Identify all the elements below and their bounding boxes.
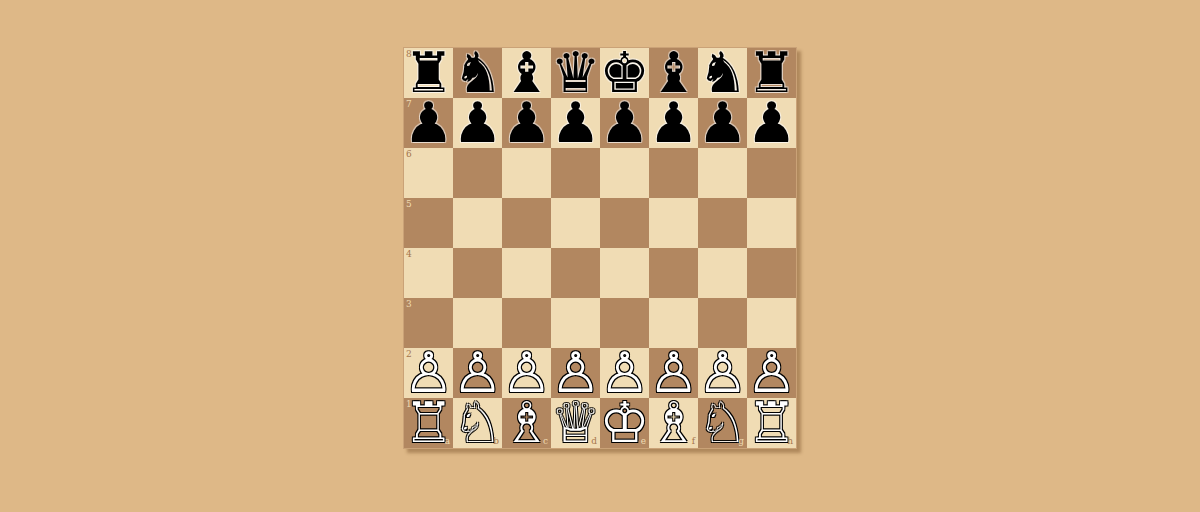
white-bishop[interactable]: ♗ <box>501 398 551 448</box>
square-b1[interactable]: b♘ <box>453 398 502 448</box>
square-d1[interactable]: d♕ <box>551 398 600 448</box>
square-a5[interactable]: 5 <box>404 198 453 248</box>
square-f7[interactable]: ♟ <box>649 98 698 148</box>
square-d6[interactable] <box>551 148 600 198</box>
square-a7[interactable]: 7♟ <box>404 98 453 148</box>
square-e5[interactable] <box>600 198 649 248</box>
square-h6[interactable] <box>747 148 796 198</box>
square-e6[interactable] <box>600 148 649 198</box>
white-bishop[interactable]: ♗ <box>648 398 698 448</box>
white-knight[interactable]: ♘ <box>452 398 502 448</box>
square-d4[interactable] <box>551 248 600 298</box>
square-a1[interactable]: 1a♖ <box>404 398 453 448</box>
rank-label-5: 5 <box>406 200 412 209</box>
square-g6[interactable] <box>698 148 747 198</box>
square-g7[interactable]: ♟ <box>698 98 747 148</box>
black-pawn[interactable]: ♟ <box>550 98 600 148</box>
rank-label-3: 3 <box>406 300 412 309</box>
rank-label-4: 4 <box>406 250 412 259</box>
square-e1[interactable]: e♔ <box>600 398 649 448</box>
square-h7[interactable]: ♟ <box>747 98 796 148</box>
square-d7[interactable]: ♟ <box>551 98 600 148</box>
square-b7[interactable]: ♟ <box>453 98 502 148</box>
black-pawn[interactable]: ♟ <box>599 98 649 148</box>
square-b6[interactable] <box>453 148 502 198</box>
square-h5[interactable] <box>747 198 796 248</box>
square-f5[interactable] <box>649 198 698 248</box>
black-pawn[interactable]: ♟ <box>697 98 747 148</box>
square-h1[interactable]: h♖ <box>747 398 796 448</box>
square-g1[interactable]: g♘ <box>698 398 747 448</box>
square-e7[interactable]: ♟ <box>600 98 649 148</box>
black-pawn[interactable]: ♟ <box>746 98 796 148</box>
rank-label-6: 6 <box>406 150 412 159</box>
square-b5[interactable] <box>453 198 502 248</box>
square-d5[interactable] <box>551 198 600 248</box>
square-e4[interactable] <box>600 248 649 298</box>
square-c6[interactable] <box>502 148 551 198</box>
desktop-background: 8♜♞♝♛♚♝♞♜7♟♟♟♟♟♟♟♟65432♙♙♙♙♙♙♙♙1a♖b♘c♗d♕… <box>0 0 1200 512</box>
black-pawn[interactable]: ♟ <box>648 98 698 148</box>
square-f4[interactable] <box>649 248 698 298</box>
black-pawn[interactable]: ♟ <box>403 98 453 148</box>
white-rook[interactable]: ♖ <box>403 398 453 448</box>
white-knight[interactable]: ♘ <box>697 398 747 448</box>
white-king[interactable]: ♔ <box>599 398 649 448</box>
square-a6[interactable]: 6 <box>404 148 453 198</box>
square-h4[interactable] <box>747 248 796 298</box>
square-g5[interactable] <box>698 198 747 248</box>
white-rook[interactable]: ♖ <box>746 398 796 448</box>
square-c5[interactable] <box>502 198 551 248</box>
chess-board: 8♜♞♝♛♚♝♞♜7♟♟♟♟♟♟♟♟65432♙♙♙♙♙♙♙♙1a♖b♘c♗d♕… <box>403 47 797 449</box>
square-g4[interactable] <box>698 248 747 298</box>
square-c1[interactable]: c♗ <box>502 398 551 448</box>
black-pawn[interactable]: ♟ <box>501 98 551 148</box>
square-f6[interactable] <box>649 148 698 198</box>
square-c4[interactable] <box>502 248 551 298</box>
white-queen[interactable]: ♕ <box>550 398 600 448</box>
square-a4[interactable]: 4 <box>404 248 453 298</box>
square-b4[interactable] <box>453 248 502 298</box>
black-pawn[interactable]: ♟ <box>452 98 502 148</box>
square-f1[interactable]: f♗ <box>649 398 698 448</box>
square-c7[interactable]: ♟ <box>502 98 551 148</box>
